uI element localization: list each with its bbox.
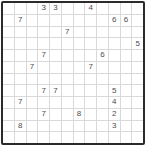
cell-r2c3[interactable] xyxy=(27,15,38,26)
clue-cell-r6c8[interactable]: 7 xyxy=(85,62,96,73)
clue-cell-r3c6[interactable]: 7 xyxy=(62,27,73,38)
cell-r12c8[interactable] xyxy=(85,132,96,143)
cell-r9c5[interactable] xyxy=(50,97,61,108)
cell-r10c11[interactable] xyxy=(121,109,132,120)
cell-r10c8[interactable] xyxy=(85,109,96,120)
cell-r12c2[interactable] xyxy=(15,132,26,143)
cell-r3c1[interactable] xyxy=(3,27,14,38)
cell-r6c5[interactable] xyxy=(50,62,61,73)
cell-r12c6[interactable] xyxy=(62,132,73,143)
cell-r7c7[interactable] xyxy=(74,74,85,85)
cell-r3c11[interactable] xyxy=(121,27,132,38)
cell-r4c1[interactable] xyxy=(3,38,14,49)
cell-r7c9[interactable] xyxy=(97,74,108,85)
cell-r10c6[interactable] xyxy=(62,109,73,120)
cell-r7c5[interactable] xyxy=(50,74,61,85)
cell-r10c5[interactable] xyxy=(50,109,61,120)
cell-r5c3[interactable] xyxy=(27,50,38,61)
cell-r8c12[interactable] xyxy=(132,85,143,96)
cell-r5c8[interactable] xyxy=(85,50,96,61)
cell-r4c5[interactable] xyxy=(50,38,61,49)
cell-r1c9[interactable] xyxy=(97,3,108,14)
cell-r2c8[interactable] xyxy=(85,15,96,26)
clue-cell-r9c2[interactable]: 7 xyxy=(15,97,26,108)
cell-r11c4[interactable] xyxy=(38,121,49,132)
cell-r5c6[interactable] xyxy=(62,50,73,61)
cell-r5c7[interactable] xyxy=(74,50,85,61)
cell-r3c10[interactable] xyxy=(109,27,120,38)
clue-cell-r8c5[interactable]: 7 xyxy=(50,85,61,96)
clue-cell-r10c7[interactable]: 8 xyxy=(74,109,85,120)
clue-cell-r10c4[interactable]: 7 xyxy=(38,109,49,120)
cell-r7c11[interactable] xyxy=(121,74,132,85)
clue-cell-r8c4[interactable]: 7 xyxy=(38,85,49,96)
clue-cell-r2c2[interactable]: 7 xyxy=(15,15,26,26)
cell-r8c11[interactable] xyxy=(121,85,132,96)
cell-r4c8[interactable] xyxy=(85,38,96,49)
clue-cell-r10c10[interactable]: 2 xyxy=(109,109,120,120)
clue-cell-r11c2[interactable]: 8 xyxy=(15,121,26,132)
cell-r7c1[interactable] xyxy=(3,74,14,85)
cell-r3c5[interactable] xyxy=(50,27,61,38)
cell-r8c1[interactable] xyxy=(3,85,14,96)
clue-cell-r1c4[interactable]: 3 xyxy=(38,3,49,14)
cell-r6c4[interactable] xyxy=(38,62,49,73)
cell-r2c4[interactable] xyxy=(38,15,49,26)
cell-r12c5[interactable] xyxy=(50,132,61,143)
cell-r10c2[interactable] xyxy=(15,109,26,120)
cell-r5c10[interactable] xyxy=(109,50,120,61)
cell-r12c4[interactable] xyxy=(38,132,49,143)
cell-r6c10[interactable] xyxy=(109,62,120,73)
puzzle-board: 3347667576777757478283 xyxy=(1,1,145,145)
cell-r3c4[interactable] xyxy=(38,27,49,38)
cell-r2c9[interactable] xyxy=(97,15,108,26)
clue-cell-r5c4[interactable]: 7 xyxy=(38,50,49,61)
cell-r11c8[interactable] xyxy=(85,121,96,132)
cell-r4c2[interactable] xyxy=(15,38,26,49)
cell-r6c12[interactable] xyxy=(132,62,143,73)
cell-r6c6[interactable] xyxy=(62,62,73,73)
cell-r12c12[interactable] xyxy=(132,132,143,143)
cell-r2c6[interactable] xyxy=(62,15,73,26)
clue-cell-r6c3[interactable]: 7 xyxy=(27,62,38,73)
cell-r10c1[interactable] xyxy=(3,109,14,120)
cell-r1c12[interactable] xyxy=(132,3,143,14)
cell-r1c1[interactable] xyxy=(3,3,14,14)
cell-r5c11[interactable] xyxy=(121,50,132,61)
cell-r7c6[interactable] xyxy=(62,74,73,85)
cell-r9c11[interactable] xyxy=(121,97,132,108)
cell-r12c10[interactable] xyxy=(109,132,120,143)
cell-r4c11[interactable] xyxy=(121,38,132,49)
cell-r9c9[interactable] xyxy=(97,97,108,108)
cell-r1c3[interactable] xyxy=(27,3,38,14)
cell-r11c7[interactable] xyxy=(74,121,85,132)
cell-r1c7[interactable] xyxy=(74,3,85,14)
cell-r8c3[interactable] xyxy=(27,85,38,96)
cell-r1c6[interactable] xyxy=(62,3,73,14)
clue-cell-r1c5[interactable]: 3 xyxy=(50,3,61,14)
cell-r3c8[interactable] xyxy=(85,27,96,38)
cell-r6c2[interactable] xyxy=(15,62,26,73)
cell-r9c12[interactable] xyxy=(132,97,143,108)
cell-r1c2[interactable] xyxy=(15,3,26,14)
cell-r1c10[interactable] xyxy=(109,3,120,14)
cell-r10c3[interactable] xyxy=(27,109,38,120)
cell-r6c11[interactable] xyxy=(121,62,132,73)
clue-cell-r4c12[interactable]: 5 xyxy=(132,38,143,49)
cell-r11c3[interactable] xyxy=(27,121,38,132)
cell-r7c2[interactable] xyxy=(15,74,26,85)
cell-r12c3[interactable] xyxy=(27,132,38,143)
cell-r2c12[interactable] xyxy=(132,15,143,26)
cell-r6c9[interactable] xyxy=(97,62,108,73)
cell-r3c2[interactable] xyxy=(15,27,26,38)
clue-cell-r9c10[interactable]: 4 xyxy=(109,97,120,108)
cell-r8c9[interactable] xyxy=(97,85,108,96)
cell-r5c2[interactable] xyxy=(15,50,26,61)
cell-r9c1[interactable] xyxy=(3,97,14,108)
cell-r12c11[interactable] xyxy=(121,132,132,143)
cell-r4c3[interactable] xyxy=(27,38,38,49)
cell-r8c6[interactable] xyxy=(62,85,73,96)
cell-r4c4[interactable] xyxy=(38,38,49,49)
cell-r12c9[interactable] xyxy=(97,132,108,143)
clue-cell-r8c10[interactable]: 5 xyxy=(109,85,120,96)
cell-r9c7[interactable] xyxy=(74,97,85,108)
cell-r4c6[interactable] xyxy=(62,38,73,49)
clue-cell-r5c9[interactable]: 6 xyxy=(97,50,108,61)
cell-r11c11[interactable] xyxy=(121,121,132,132)
cell-r4c9[interactable] xyxy=(97,38,108,49)
cell-r9c8[interactable] xyxy=(85,97,96,108)
cell-r2c7[interactable] xyxy=(74,15,85,26)
cell-r3c12[interactable] xyxy=(132,27,143,38)
cell-r8c8[interactable] xyxy=(85,85,96,96)
cell-r6c1[interactable] xyxy=(3,62,14,73)
clue-cell-r2c10[interactable]: 6 xyxy=(109,15,120,26)
cell-r2c1[interactable] xyxy=(3,15,14,26)
clue-cell-r11c10[interactable]: 3 xyxy=(109,121,120,132)
cell-r2c5[interactable] xyxy=(50,15,61,26)
cell-r5c5[interactable] xyxy=(50,50,61,61)
cell-r10c9[interactable] xyxy=(97,109,108,120)
cell-r4c7[interactable] xyxy=(74,38,85,49)
cell-r3c3[interactable] xyxy=(27,27,38,38)
cell-r1c11[interactable] xyxy=(121,3,132,14)
cell-r5c12[interactable] xyxy=(132,50,143,61)
cell-r7c4[interactable] xyxy=(38,74,49,85)
cell-r11c5[interactable] xyxy=(50,121,61,132)
cell-r3c9[interactable] xyxy=(97,27,108,38)
cell-r4c10[interactable] xyxy=(109,38,120,49)
cell-r11c1[interactable] xyxy=(3,121,14,132)
cell-r5c1[interactable] xyxy=(3,50,14,61)
cell-r12c1[interactable] xyxy=(3,132,14,143)
cell-r7c8[interactable] xyxy=(85,74,96,85)
cell-r3c7[interactable] xyxy=(74,27,85,38)
cell-r10c12[interactable] xyxy=(132,109,143,120)
clue-cell-r2c11[interactable]: 6 xyxy=(121,15,132,26)
cell-r11c12[interactable] xyxy=(132,121,143,132)
cell-r9c6[interactable] xyxy=(62,97,73,108)
cell-r11c9[interactable] xyxy=(97,121,108,132)
cell-r7c3[interactable] xyxy=(27,74,38,85)
cell-r9c4[interactable] xyxy=(38,97,49,108)
cell-r8c2[interactable] xyxy=(15,85,26,96)
cell-r7c12[interactable] xyxy=(132,74,143,85)
cell-r12c7[interactable] xyxy=(74,132,85,143)
cell-r8c7[interactable] xyxy=(74,85,85,96)
cell-r6c7[interactable] xyxy=(74,62,85,73)
cell-r7c10[interactable] xyxy=(109,74,120,85)
cell-r11c6[interactable] xyxy=(62,121,73,132)
cell-r9c3[interactable] xyxy=(27,97,38,108)
clue-cell-r1c8[interactable]: 4 xyxy=(85,3,96,14)
